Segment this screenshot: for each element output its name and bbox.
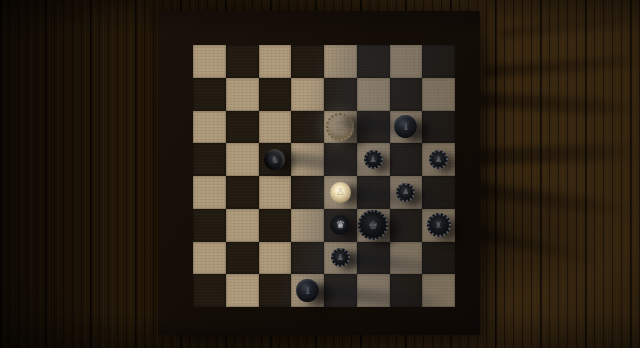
square-a6[interactable] — [193, 111, 226, 144]
piece-shadow-streak — [452, 179, 640, 220]
square-a1[interactable] — [193, 274, 226, 307]
square-e3[interactable]: ♛ — [324, 209, 357, 242]
square-f6[interactable] — [357, 111, 390, 144]
piece-black-rook[interactable]: ♜ — [427, 213, 451, 237]
square-b4[interactable] — [226, 176, 259, 209]
square-g3[interactable] — [390, 209, 423, 242]
piece-white-pawn[interactable]: ♙ — [330, 182, 351, 203]
square-d8[interactable] — [291, 45, 324, 78]
piece-black-pawn[interactable]: ♟ — [429, 150, 448, 169]
square-c8[interactable] — [259, 45, 292, 78]
square-f1[interactable] — [357, 274, 390, 307]
square-e2[interactable]: ♟ — [324, 242, 357, 275]
black-pawn-glyph: ♟ — [435, 156, 442, 164]
square-g5[interactable] — [390, 143, 423, 176]
square-e6[interactable]: ♖ — [324, 111, 357, 144]
piece-black-king[interactable]: ♚ — [358, 210, 388, 240]
square-e1[interactable] — [324, 274, 357, 307]
square-d2[interactable] — [291, 242, 324, 275]
square-b5[interactable] — [226, 143, 259, 176]
piece-black-pawn[interactable]: ♟ — [364, 150, 383, 169]
square-g6[interactable]: ♝ — [390, 111, 423, 144]
square-h2[interactable] — [422, 242, 455, 275]
square-d4[interactable] — [291, 176, 324, 209]
square-a7[interactable] — [193, 78, 226, 111]
piece-black-knight[interactable]: ♞ — [264, 149, 285, 170]
square-d7[interactable] — [291, 78, 324, 111]
piece-white-rook[interactable]: ♖ — [326, 113, 354, 141]
square-h3[interactable]: ♜ — [422, 209, 455, 242]
square-e4[interactable]: ♙ — [324, 176, 357, 209]
square-c4[interactable] — [259, 176, 292, 209]
scene: ♖♝♞♟♟♙♟♛♚♜♟♝ — [0, 0, 640, 348]
square-f3[interactable]: ♚ — [357, 209, 390, 242]
square-g4[interactable]: ♟ — [390, 176, 423, 209]
square-g1[interactable] — [390, 274, 423, 307]
square-b2[interactable] — [226, 242, 259, 275]
square-a3[interactable] — [193, 209, 226, 242]
square-e5[interactable] — [324, 143, 357, 176]
black-knight-glyph: ♞ — [270, 155, 279, 165]
square-c3[interactable] — [259, 209, 292, 242]
piece-shadow-streak — [500, 14, 640, 39]
piece-black-pawn[interactable]: ♟ — [331, 248, 350, 267]
square-h7[interactable] — [422, 78, 455, 111]
black-queen-glyph: ♛ — [336, 220, 345, 230]
black-pawn-glyph: ♟ — [337, 254, 344, 262]
square-c5[interactable]: ♞ — [259, 143, 292, 176]
square-h4[interactable] — [422, 176, 455, 209]
square-b1[interactable] — [226, 274, 259, 307]
piece-shadow-streak — [482, 54, 640, 78]
piece-black-bishop[interactable]: ♝ — [296, 279, 319, 302]
square-e8[interactable] — [324, 45, 357, 78]
square-a2[interactable] — [193, 242, 226, 275]
piece-shadow-streak — [465, 226, 604, 267]
square-h5[interactable]: ♟ — [422, 143, 455, 176]
square-f8[interactable] — [357, 45, 390, 78]
square-d1[interactable]: ♝ — [291, 274, 324, 307]
square-h6[interactable] — [422, 111, 455, 144]
square-b8[interactable] — [226, 45, 259, 78]
square-f2[interactable] — [357, 242, 390, 275]
square-c7[interactable] — [259, 78, 292, 111]
square-d5[interactable] — [291, 143, 324, 176]
piece-black-pawn[interactable]: ♟ — [396, 183, 415, 202]
square-g7[interactable] — [390, 78, 423, 111]
square-f5[interactable]: ♟ — [357, 143, 390, 176]
board-grid: ♖♝♞♟♟♙♟♛♚♜♟♝ — [193, 45, 455, 307]
square-c2[interactable] — [259, 242, 292, 275]
square-b6[interactable] — [226, 111, 259, 144]
black-bishop-glyph: ♝ — [401, 122, 410, 132]
black-king-glyph: ♚ — [368, 220, 378, 231]
white-rook-glyph: ♖ — [335, 121, 345, 132]
square-g2[interactable] — [390, 242, 423, 275]
square-c1[interactable] — [259, 274, 292, 307]
piece-black-bishop[interactable]: ♝ — [394, 115, 417, 138]
square-b3[interactable] — [226, 209, 259, 242]
square-h1[interactable] — [422, 274, 455, 307]
black-bishop-glyph: ♝ — [303, 286, 312, 296]
black-pawn-glyph: ♟ — [402, 188, 409, 196]
square-e7[interactable] — [324, 78, 357, 111]
white-pawn-glyph: ♙ — [336, 187, 345, 197]
square-a8[interactable] — [193, 45, 226, 78]
square-f7[interactable] — [357, 78, 390, 111]
square-d3[interactable] — [291, 209, 324, 242]
square-h8[interactable] — [422, 45, 455, 78]
black-pawn-glyph: ♟ — [370, 156, 377, 164]
square-a4[interactable] — [193, 176, 226, 209]
square-b7[interactable] — [226, 78, 259, 111]
black-rook-glyph: ♜ — [435, 221, 443, 230]
square-g8[interactable] — [390, 45, 423, 78]
square-d6[interactable] — [291, 111, 324, 144]
square-a5[interactable] — [193, 143, 226, 176]
piece-black-queen[interactable]: ♛ — [330, 215, 350, 235]
square-c6[interactable] — [259, 111, 292, 144]
square-f4[interactable] — [357, 176, 390, 209]
